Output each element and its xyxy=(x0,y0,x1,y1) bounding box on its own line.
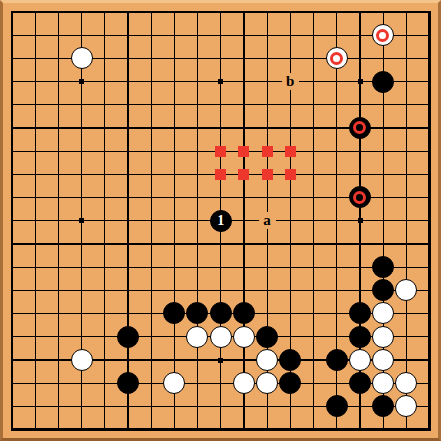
white-stone-R5 xyxy=(372,326,394,348)
point-Q4 xyxy=(348,348,371,371)
move-number-1: 1 xyxy=(210,210,232,232)
black-stone-P4 xyxy=(326,349,348,371)
black-stone-P2 xyxy=(326,395,348,417)
square-marker-K12 xyxy=(215,169,226,180)
white-stone-H3 xyxy=(163,372,185,394)
square-marker-L12 xyxy=(238,169,249,180)
white-stone-Q4 xyxy=(349,349,371,371)
square-marker-N12 xyxy=(285,169,296,180)
black-stone-F5 xyxy=(117,326,139,348)
point-K6 xyxy=(209,302,232,325)
black-stone-J6 xyxy=(186,302,208,324)
point-N16: b xyxy=(279,70,302,93)
white-stone-S7 xyxy=(395,279,417,301)
point-J5 xyxy=(186,325,209,348)
point-L3 xyxy=(232,371,255,394)
point-S3 xyxy=(395,371,418,394)
point-R2 xyxy=(371,395,394,418)
square-marker-K13 xyxy=(215,146,226,157)
point-Q3 xyxy=(348,371,371,394)
point-R5 xyxy=(371,325,394,348)
white-stone-D4 xyxy=(71,349,93,371)
black-stone-H6 xyxy=(163,302,185,324)
label-a: a xyxy=(256,210,278,232)
point-P17 xyxy=(325,47,348,70)
point-J6 xyxy=(186,302,209,325)
white-stone-M3 xyxy=(256,372,278,394)
point-K5 xyxy=(209,325,232,348)
black-stone-F3 xyxy=(117,372,139,394)
point-N3 xyxy=(279,371,302,394)
white-stone-K5 xyxy=(210,326,232,348)
point-H3 xyxy=(163,371,186,394)
white-stone-M4 xyxy=(256,349,278,371)
point-Q6 xyxy=(348,302,371,325)
point-L13 xyxy=(232,140,255,163)
point-R3 xyxy=(371,371,394,394)
point-L6 xyxy=(232,302,255,325)
point-N12 xyxy=(279,163,302,186)
black-stone-N3 xyxy=(279,372,301,394)
black-stone-R7 xyxy=(372,279,394,301)
black-stone-K6 xyxy=(210,302,232,324)
black-stone-R2 xyxy=(372,395,394,417)
point-R4 xyxy=(371,348,394,371)
point-D17 xyxy=(70,47,93,70)
point-K13 xyxy=(209,140,232,163)
circle-marker-P17 xyxy=(330,52,343,65)
point-N4 xyxy=(279,348,302,371)
label-b: b xyxy=(279,71,301,93)
white-stone-R4 xyxy=(372,349,394,371)
point-Q11 xyxy=(348,186,371,209)
black-stone-Q5 xyxy=(349,326,371,348)
square-marker-N13 xyxy=(285,146,296,157)
point-M10: a xyxy=(255,209,278,232)
point-M13 xyxy=(255,140,278,163)
point-K12 xyxy=(209,163,232,186)
point-R16 xyxy=(371,70,394,93)
point-M4 xyxy=(255,348,278,371)
white-stone-J5 xyxy=(186,326,208,348)
point-Q14 xyxy=(348,116,371,139)
white-stone-L5 xyxy=(233,326,255,348)
point-N13 xyxy=(279,140,302,163)
point-H6 xyxy=(163,302,186,325)
point-D4 xyxy=(70,348,93,371)
square-marker-M13 xyxy=(262,146,273,157)
point-F5 xyxy=(116,325,139,348)
white-stone-R3 xyxy=(372,372,394,394)
point-R8 xyxy=(371,255,394,278)
white-stone-L3 xyxy=(233,372,255,394)
point-L12 xyxy=(232,163,255,186)
point-P2 xyxy=(325,395,348,418)
black-stone-Q6 xyxy=(349,302,371,324)
black-stone-M5 xyxy=(256,326,278,348)
point-P4 xyxy=(325,348,348,371)
point-L5 xyxy=(232,325,255,348)
go-grid: 1ab xyxy=(0,0,441,441)
black-stone-Q3 xyxy=(349,372,371,394)
point-R6 xyxy=(371,302,394,325)
white-stone-S2 xyxy=(395,395,417,417)
white-stone-D17 xyxy=(71,47,93,69)
go-board: 1ab xyxy=(0,0,441,441)
white-stone-R6 xyxy=(372,302,394,324)
white-stone-S3 xyxy=(395,372,417,394)
square-marker-L13 xyxy=(238,146,249,157)
point-R18 xyxy=(371,24,394,47)
square-marker-M12 xyxy=(262,169,273,180)
point-S7 xyxy=(395,279,418,302)
point-M5 xyxy=(255,325,278,348)
point-M3 xyxy=(255,371,278,394)
point-M12 xyxy=(255,163,278,186)
point-S2 xyxy=(395,395,418,418)
point-F3 xyxy=(116,371,139,394)
point-R7 xyxy=(371,279,394,302)
black-stone-N4 xyxy=(279,349,301,371)
point-Q5 xyxy=(348,325,371,348)
black-stone-R8 xyxy=(372,256,394,278)
black-stone-L6 xyxy=(233,302,255,324)
point-K10: 1 xyxy=(209,209,232,232)
black-stone-R16 xyxy=(372,71,394,93)
